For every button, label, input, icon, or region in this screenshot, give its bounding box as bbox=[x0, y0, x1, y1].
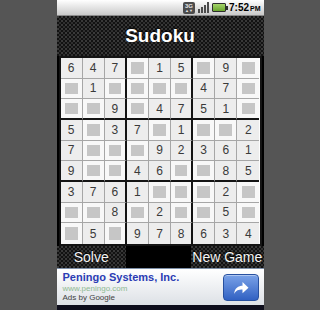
cell-r5c3[interactable] bbox=[105, 141, 127, 162]
cell-r9c8: 3 bbox=[215, 223, 237, 244]
cell-r7c2: 7 bbox=[83, 182, 105, 203]
cell-r6c1: 9 bbox=[61, 161, 83, 182]
status-bar: 3G ▲▼ 7:52 PM bbox=[57, 0, 264, 16]
cell-r8c8: 5 bbox=[215, 203, 237, 224]
signal-strength-icon bbox=[198, 2, 209, 13]
empty-cell-marker bbox=[197, 186, 210, 198]
cell-r5c9: 1 bbox=[237, 141, 259, 162]
page-title: Sudoku bbox=[125, 25, 195, 47]
3g-data-icon: 3G ▲▼ bbox=[183, 2, 195, 14]
cell-r4c2[interactable] bbox=[83, 120, 105, 141]
cell-r3c9[interactable] bbox=[237, 99, 259, 120]
cell-r4c6: 1 bbox=[171, 120, 193, 141]
empty-cell-marker bbox=[175, 186, 187, 198]
cell-r7c4: 1 bbox=[127, 182, 149, 203]
cell-r2c9[interactable] bbox=[237, 79, 259, 100]
cell-r8c4[interactable] bbox=[127, 203, 149, 224]
cell-r3c4[interactable] bbox=[127, 99, 149, 120]
cell-r5c4[interactable] bbox=[127, 141, 149, 162]
empty-cell-marker bbox=[109, 145, 121, 157]
cell-r1c8: 9 bbox=[215, 58, 237, 79]
empty-cell-marker bbox=[175, 207, 187, 219]
clock-ampm: PM bbox=[250, 5, 261, 12]
cell-r5c5: 9 bbox=[149, 141, 171, 162]
title-bar: Sudoku bbox=[57, 16, 264, 56]
new-game-button[interactable]: New Game bbox=[191, 246, 263, 268]
ad-banner[interactable]: Peningo Systems, Inc. www.peningo.com Ad… bbox=[57, 268, 264, 305]
cell-r8c2[interactable] bbox=[83, 203, 105, 224]
empty-cell-marker bbox=[131, 103, 144, 114]
cell-r5c6: 2 bbox=[171, 141, 193, 162]
empty-cell-marker bbox=[131, 62, 144, 74]
cell-r3c5: 4 bbox=[149, 99, 171, 120]
cell-r8c1[interactable] bbox=[61, 203, 83, 224]
empty-cell-marker bbox=[65, 103, 78, 114]
cell-r9c5: 7 bbox=[149, 223, 171, 244]
empty-cell-marker bbox=[175, 83, 187, 95]
cell-r7c8: 2 bbox=[215, 182, 237, 203]
empty-cell-marker bbox=[65, 83, 78, 95]
sudoku-grid: 6471591479475153712792361946853761282559… bbox=[59, 56, 262, 246]
cell-r9c4: 9 bbox=[127, 223, 149, 244]
empty-cell-marker bbox=[131, 145, 144, 157]
cell-r4c3: 3 bbox=[105, 120, 127, 141]
cell-r8c6[interactable] bbox=[171, 203, 193, 224]
cell-r7c5[interactable] bbox=[149, 182, 171, 203]
clock-time: 7:52 bbox=[229, 2, 249, 13]
cell-r3c1[interactable] bbox=[61, 99, 83, 120]
cell-r7c3: 6 bbox=[105, 182, 127, 203]
cell-r4c9: 2 bbox=[237, 120, 259, 141]
cell-r7c1: 3 bbox=[61, 182, 83, 203]
empty-cell-marker bbox=[131, 207, 144, 219]
cell-r2c2: 1 bbox=[83, 79, 105, 100]
cell-r2c4[interactable] bbox=[127, 79, 149, 100]
cell-r1c1: 6 bbox=[61, 58, 83, 79]
cell-r9c2: 5 bbox=[83, 223, 105, 244]
empty-cell-marker bbox=[219, 124, 232, 136]
cell-r8c5: 2 bbox=[149, 203, 171, 224]
cell-r1c2: 4 bbox=[83, 58, 105, 79]
cell-r3c3: 9 bbox=[105, 99, 127, 120]
screen-bottom-edge bbox=[57, 305, 264, 310]
cell-r6c7[interactable] bbox=[193, 161, 215, 182]
empty-cell-marker bbox=[87, 165, 100, 176]
cell-r3c2[interactable] bbox=[83, 99, 105, 120]
cell-r5c2[interactable] bbox=[83, 141, 105, 162]
cell-r9c1[interactable] bbox=[61, 223, 83, 244]
cell-r6c5: 6 bbox=[149, 161, 171, 182]
cell-r2c8: 7 bbox=[215, 79, 237, 100]
cell-r8c3: 8 bbox=[105, 203, 127, 224]
empty-cell-marker bbox=[87, 207, 100, 219]
empty-cell-marker bbox=[175, 165, 187, 176]
empty-cell-marker bbox=[109, 165, 121, 176]
cell-r3c8: 1 bbox=[215, 99, 237, 120]
cell-r1c5: 1 bbox=[149, 58, 171, 79]
cell-r1c9[interactable] bbox=[237, 58, 259, 79]
cell-r2c5[interactable] bbox=[149, 79, 171, 100]
empty-cell-marker bbox=[87, 103, 100, 114]
empty-cell-marker bbox=[153, 124, 166, 136]
cell-r2c1[interactable] bbox=[61, 79, 83, 100]
empty-cell-marker bbox=[197, 207, 210, 219]
cell-r1c3: 7 bbox=[105, 58, 127, 79]
cell-r7c9[interactable] bbox=[237, 182, 259, 203]
empty-cell-marker bbox=[87, 145, 100, 157]
empty-cell-marker bbox=[242, 83, 256, 95]
empty-cell-marker bbox=[242, 207, 256, 219]
data-arrows-icon: ▲▼ bbox=[185, 9, 193, 13]
button-bar-spacer bbox=[126, 246, 191, 268]
cell-r6c6[interactable] bbox=[171, 161, 193, 182]
cell-r6c4: 4 bbox=[127, 161, 149, 182]
cell-r5c1: 7 bbox=[61, 141, 83, 162]
cell-r9c9: 4 bbox=[237, 223, 259, 244]
share-arrow-icon bbox=[232, 281, 250, 295]
cell-r4c1: 5 bbox=[61, 120, 83, 141]
empty-cell-marker bbox=[197, 124, 210, 136]
cell-r4c8[interactable] bbox=[215, 120, 237, 141]
cell-r6c9: 5 bbox=[237, 161, 259, 182]
empty-cell-marker bbox=[242, 62, 256, 74]
empty-cell-marker bbox=[153, 186, 166, 198]
empty-cell-marker bbox=[109, 83, 121, 95]
ad-action-button[interactable] bbox=[223, 274, 259, 301]
cell-r1c6: 5 bbox=[171, 58, 193, 79]
cell-r5c8: 6 bbox=[215, 141, 237, 162]
cell-r2c6[interactable] bbox=[171, 79, 193, 100]
cell-r4c5[interactable] bbox=[149, 120, 171, 141]
cell-r6c8: 8 bbox=[215, 161, 237, 182]
battery-icon bbox=[212, 3, 226, 12]
cell-r8c7[interactable] bbox=[193, 203, 215, 224]
solve-button[interactable]: Solve bbox=[57, 246, 126, 268]
empty-cell-marker bbox=[153, 83, 166, 95]
cell-r5c7: 3 bbox=[193, 141, 215, 162]
empty-cell-marker bbox=[197, 165, 210, 176]
cell-r1c4[interactable] bbox=[127, 58, 149, 79]
cell-r8c9[interactable] bbox=[237, 203, 259, 224]
empty-cell-marker bbox=[197, 62, 210, 74]
cell-r9c6: 8 bbox=[171, 223, 193, 244]
board-area: 6471591479475153712792361946853761282559… bbox=[57, 56, 264, 246]
cell-r1c7[interactable] bbox=[193, 58, 215, 79]
cell-r3c7: 5 bbox=[193, 99, 215, 120]
empty-cell-marker bbox=[131, 83, 144, 95]
empty-cell-marker bbox=[65, 227, 78, 239]
cell-r3c6: 7 bbox=[171, 99, 193, 120]
cell-r9c7: 6 bbox=[193, 223, 215, 244]
phone-screen: 3G ▲▼ 7:52 PM Sudoku 6471591479475153712… bbox=[57, 0, 264, 310]
cell-r4c4: 7 bbox=[127, 120, 149, 141]
empty-cell-marker bbox=[242, 103, 256, 114]
empty-cell-marker bbox=[242, 186, 256, 198]
cell-r9c3[interactable] bbox=[105, 223, 127, 244]
cell-r6c2[interactable] bbox=[83, 161, 105, 182]
empty-cell-marker bbox=[87, 124, 100, 136]
empty-cell-marker bbox=[109, 227, 121, 239]
button-bar: Solve New Game bbox=[57, 246, 264, 268]
clock: 7:52 PM bbox=[229, 2, 261, 13]
cell-r7c6[interactable] bbox=[171, 182, 193, 203]
cell-r2c3[interactable] bbox=[105, 79, 127, 100]
empty-cell-marker bbox=[65, 207, 78, 219]
cell-r4c7[interactable] bbox=[193, 120, 215, 141]
cell-r2c7: 4 bbox=[193, 79, 215, 100]
cell-r6c3[interactable] bbox=[105, 161, 127, 182]
cell-r7c7[interactable] bbox=[193, 182, 215, 203]
